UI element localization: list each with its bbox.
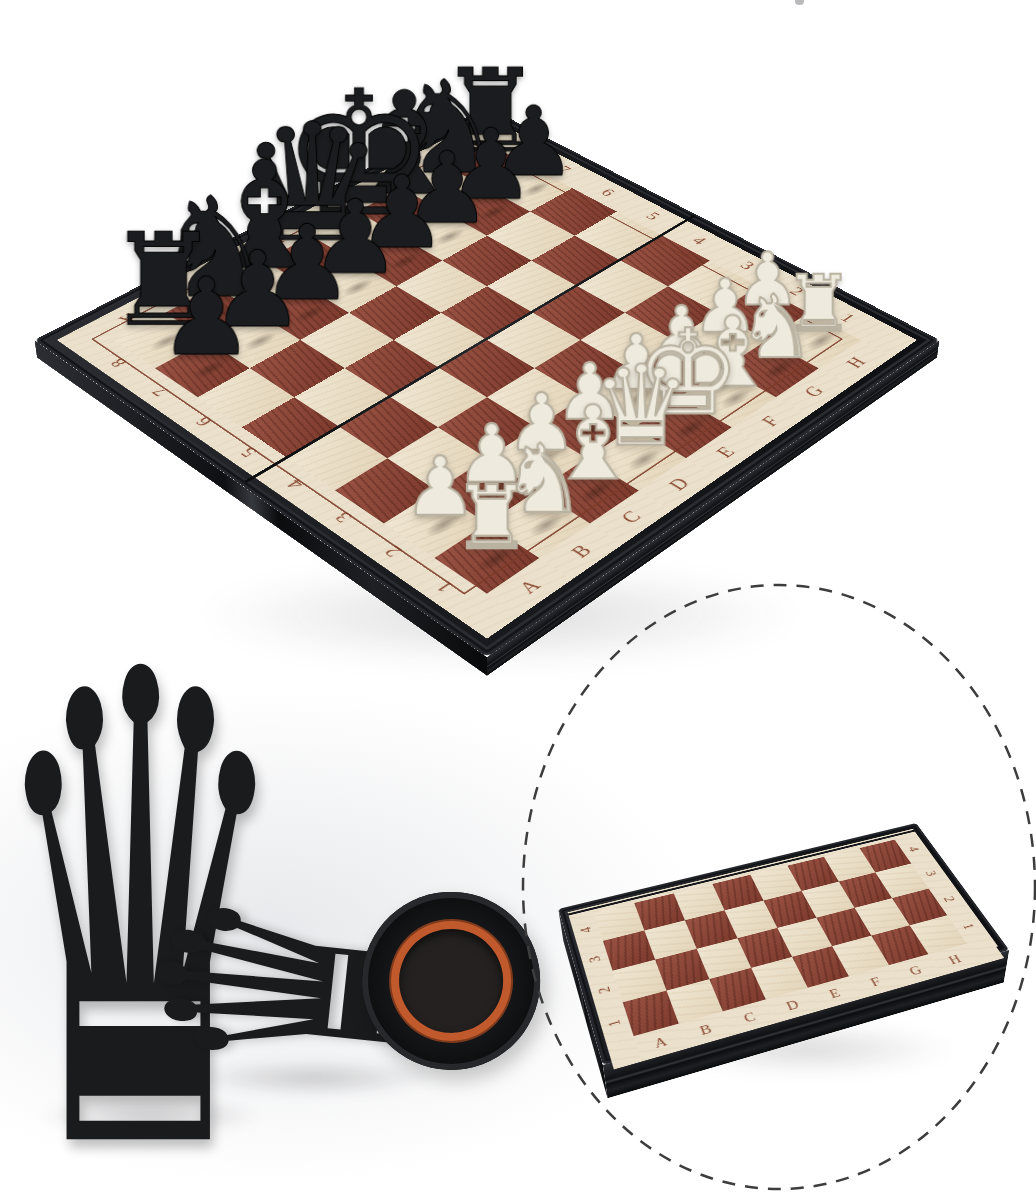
square-d2: [738, 928, 793, 968]
product-photo-canvas: ABCDEFGH8♜♞♝♛♚♝♞♜87♟♟♟♟♟♟♟♟7665544332♟♟♟…: [0, 0, 1036, 1200]
piece-closeup-scene: ♛ ♛: [0, 560, 520, 1200]
coord-west-6: 6: [192, 414, 216, 428]
square-a2: [613, 960, 667, 1003]
coord-west-2: 2: [596, 985, 613, 995]
coord-east-3: 3: [923, 869, 939, 877]
coord-west-1: 1: [606, 1017, 624, 1027]
square-c1: [709, 968, 765, 1011]
board-margin: 1: [596, 1002, 633, 1043]
folded-board-inset: 44332211ABCDEFGH: [518, 580, 1036, 1194]
coord-east-2: 2: [940, 895, 956, 903]
square-c2: [697, 938, 751, 979]
board-margin: 2: [587, 971, 623, 1010]
square-b2: [655, 949, 709, 991]
coord-west-5: 5: [236, 445, 260, 460]
square-d1: [751, 957, 808, 999]
board-margin: 3: [578, 941, 613, 977]
folded-board-3d: 44332211ABCDEFGH: [558, 823, 1009, 1065]
coord-east-1: 1: [960, 922, 977, 931]
square-a3: [603, 930, 655, 970]
magnet-ring: [397, 927, 505, 1035]
square-a1: [623, 991, 679, 1037]
coord-west-4: 4: [578, 925, 594, 934]
coord-east-5: 5: [642, 211, 662, 222]
piece-white-rook-a1: ♜: [312, 476, 672, 559]
square-e1: [792, 946, 849, 988]
coord-west-3: 3: [587, 954, 604, 963]
coord-west-7: 7: [148, 384, 172, 398]
square-b1: [667, 979, 723, 1023]
square-g1: [871, 925, 928, 965]
coord-east-4: 4: [905, 845, 920, 852]
folded-board-scene: 44332211ABCDEFGH: [518, 580, 1036, 1194]
piece-black-pawn-a7: ♟: [43, 268, 369, 370]
black-queen-fallen: ♛: [126, 845, 555, 1119]
square-f1: [832, 936, 889, 977]
